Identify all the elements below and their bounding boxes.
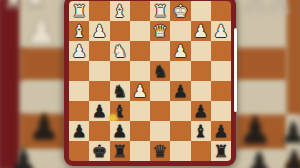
square-e4 bbox=[130, 61, 150, 81]
square-b5 bbox=[191, 81, 211, 101]
piece-bR-f8: ♜ bbox=[112, 142, 127, 159]
piece-wR-d1: ♜ bbox=[153, 2, 168, 19]
square-f8: ♜ bbox=[110, 141, 130, 161]
square-c7 bbox=[170, 121, 190, 141]
piece-bN-f5: ♞ bbox=[112, 82, 127, 99]
piece-wR-h1: ♜ bbox=[72, 2, 87, 19]
blurred-white-rook: ♜ bbox=[2, 0, 25, 12]
piece-bP-a7: ♟ bbox=[213, 122, 228, 139]
piece-wP-a2: ♟ bbox=[213, 22, 228, 39]
square-a4 bbox=[211, 61, 231, 81]
square-d1: ♜ bbox=[150, 1, 170, 21]
scrollbar-thumb[interactable] bbox=[234, 28, 237, 112]
piece-wP-g2: ♟ bbox=[92, 22, 107, 39]
piece-wP-c3: ♟ bbox=[173, 42, 188, 59]
blurred-white-pawn: ♙ bbox=[266, 0, 293, 18]
square-h7: ♟ bbox=[69, 121, 89, 141]
piece-bR-a8: ♜ bbox=[213, 142, 228, 159]
blurred-black-pawn: ♟ bbox=[8, 144, 38, 168]
square-c5: ♟ bbox=[170, 81, 190, 101]
piece-bP-f7: ♟ bbox=[112, 122, 127, 139]
piece-wP-h3: ♟ bbox=[72, 42, 87, 59]
piece-wQ-d2: ♛ bbox=[153, 22, 168, 39]
square-d5 bbox=[150, 81, 170, 101]
blurred-black-pawn: ♟ bbox=[246, 148, 273, 168]
blurred-board-square bbox=[236, 48, 287, 81]
blurred-black-pawn: ♟ bbox=[281, 146, 300, 168]
square-g6: ♟ bbox=[89, 101, 109, 121]
square-f4 bbox=[110, 61, 130, 81]
square-f1: ♝ bbox=[110, 1, 130, 21]
square-h5 bbox=[69, 81, 89, 101]
square-f6: ♝ bbox=[110, 101, 130, 121]
square-b6: ♟ bbox=[191, 101, 211, 121]
square-a8: ♜ bbox=[211, 141, 231, 161]
blurred-board-square bbox=[20, 48, 66, 81]
piece-wP-e5: ♟ bbox=[132, 82, 147, 99]
square-c1: ♚ bbox=[170, 1, 190, 21]
square-d3 bbox=[150, 41, 170, 61]
blurred-white-pawn: ♙ bbox=[242, 0, 269, 18]
square-h2: ♝ bbox=[69, 21, 89, 41]
blurred-white-pawn: ♟ bbox=[26, 14, 56, 48]
piece-bQ-d8: ♛ bbox=[153, 142, 168, 159]
square-d8: ♛ bbox=[150, 141, 170, 161]
square-e7 bbox=[130, 121, 150, 141]
video-frame: ♜♜♟♟♟♙♙♟♟♟♟ ♜♝♜♚♝♟♛♟♟♟♞♟♞♞♟♟♟♝♟♟♟♝♟♚♜♛♜ bbox=[0, 0, 300, 168]
square-e6 bbox=[130, 101, 150, 121]
square-b7: ♝ bbox=[191, 121, 211, 141]
board: ♜♝♜♚♝♟♛♟♟♟♞♟♞♞♟♟♟♝♟♟♟♝♟♚♜♛♜ bbox=[69, 1, 231, 161]
square-b1 bbox=[191, 1, 211, 21]
square-a5 bbox=[211, 81, 231, 101]
square-g1 bbox=[89, 1, 109, 21]
square-h8 bbox=[69, 141, 89, 161]
square-h3: ♟ bbox=[69, 41, 89, 61]
square-f3: ♞ bbox=[110, 41, 130, 61]
piece-bP-g6: ♟ bbox=[92, 102, 107, 119]
square-g8: ♚ bbox=[89, 141, 109, 161]
square-g3 bbox=[89, 41, 109, 61]
square-a6 bbox=[211, 101, 231, 121]
piece-bK-g8: ♚ bbox=[92, 142, 107, 159]
piece-bP-b6: ♟ bbox=[193, 102, 208, 119]
square-h4 bbox=[69, 61, 89, 81]
square-g2: ♟ bbox=[89, 21, 109, 41]
square-f7: ♟ bbox=[110, 121, 130, 141]
square-c8 bbox=[170, 141, 190, 161]
square-d7 bbox=[150, 121, 170, 141]
square-e3 bbox=[130, 41, 150, 61]
piece-wB-h2: ♝ bbox=[72, 22, 87, 39]
piece-wK-c1: ♚ bbox=[173, 2, 188, 19]
piece-bB-b7: ♝ bbox=[193, 122, 208, 139]
square-d6 bbox=[150, 101, 170, 121]
square-a7: ♟ bbox=[211, 121, 231, 141]
piece-bP-c5: ♟ bbox=[173, 82, 188, 99]
square-e8 bbox=[130, 141, 150, 161]
square-f5: ♞ bbox=[110, 81, 130, 101]
square-b8 bbox=[191, 141, 211, 161]
square-e5: ♟ bbox=[130, 81, 150, 101]
square-c4 bbox=[170, 61, 190, 81]
square-a1 bbox=[211, 1, 231, 21]
square-h6 bbox=[69, 101, 89, 121]
square-d2: ♛ bbox=[150, 21, 170, 41]
piece-bN-d4: ♞ bbox=[153, 62, 168, 79]
square-b3 bbox=[191, 41, 211, 61]
square-b4 bbox=[191, 61, 211, 81]
square-e2 bbox=[130, 21, 150, 41]
square-c2 bbox=[170, 21, 190, 41]
square-h1: ♜ bbox=[69, 1, 89, 21]
square-c6 bbox=[170, 101, 190, 121]
square-a2: ♟ bbox=[211, 21, 231, 41]
piece-wB-f1: ♝ bbox=[112, 2, 127, 19]
square-g4 bbox=[89, 61, 109, 81]
piece-wN-f3: ♞ bbox=[112, 42, 127, 59]
square-c3: ♟ bbox=[170, 41, 190, 61]
square-f2 bbox=[110, 21, 130, 41]
chessboard-photo: ♜♝♜♚♝♟♛♟♟♟♞♟♞♞♟♟♟♝♟♟♟♝♟♚♜♛♜ bbox=[64, 0, 236, 166]
square-g7 bbox=[89, 121, 109, 141]
square-b2: ♟ bbox=[191, 21, 211, 41]
square-a3 bbox=[211, 41, 231, 61]
square-e1 bbox=[130, 1, 150, 21]
piece-wP-b2: ♟ bbox=[193, 22, 208, 39]
square-g5 bbox=[89, 81, 109, 101]
square-d4: ♞ bbox=[150, 61, 170, 81]
piece-bP-h7: ♟ bbox=[72, 122, 87, 139]
